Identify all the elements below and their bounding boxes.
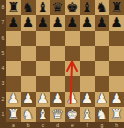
piece-black-knight[interactable]: ♞ [96,0,108,14]
file-labels: abcdefgh [6,122,124,128]
square-f6[interactable] [80,31,95,46]
square-c6[interactable] [36,31,51,46]
square-h4[interactable] [109,61,124,76]
piece-black-bishop[interactable]: ♝ [37,0,49,14]
square-a1[interactable]: ♜ [6,107,21,122]
square-g5[interactable] [95,46,110,61]
square-g6[interactable] [95,31,110,46]
piece-white-rook[interactable]: ♜ [7,107,19,121]
square-a4[interactable] [6,61,21,76]
square-h1[interactable]: ♜ [109,107,124,122]
piece-white-king[interactable]: ♚ [66,107,78,121]
piece-black-pawn[interactable]: ♟ [96,16,108,30]
piece-white-pawn[interactable]: ♟ [111,92,123,106]
square-c5[interactable] [36,46,51,61]
square-g7[interactable]: ♟ [95,15,110,30]
square-c4[interactable] [36,61,51,76]
piece-black-knight[interactable]: ♞ [22,0,34,14]
square-h7[interactable]: ♟ [109,15,124,30]
chess-app: 87654321 ♜♞♝♛♚♝♞♜♟♟♟♟♟♟♟♟♟♟♟♟♟♟♟♟♜♞♝♛♚♝♞… [0,0,124,128]
square-b6[interactable] [21,31,36,46]
file-label-b: b [21,122,36,128]
file-label-c: c [36,122,51,128]
square-f7[interactable]: ♟ [80,15,95,30]
square-f5[interactable] [80,46,95,61]
file-label-h: h [109,122,124,128]
piece-black-rook[interactable]: ♜ [111,0,123,14]
square-e4[interactable] [65,61,80,76]
chess-board: ♜♞♝♛♚♝♞♜♟♟♟♟♟♟♟♟♟♟♟♟♟♟♟♟♜♞♝♛♚♝♞♜ [6,0,124,122]
square-d4[interactable] [50,61,65,76]
piece-white-bishop[interactable]: ♝ [37,107,49,121]
piece-black-rook[interactable]: ♜ [7,0,19,14]
square-e5[interactable] [65,46,80,61]
square-a6[interactable] [6,31,21,46]
piece-white-knight[interactable]: ♞ [96,107,108,121]
piece-white-bishop[interactable]: ♝ [81,107,93,121]
piece-white-pawn[interactable]: ♟ [96,92,108,106]
piece-white-pawn[interactable]: ♟ [37,92,49,106]
square-c1[interactable]: ♝ [36,107,51,122]
piece-black-pawn[interactable]: ♟ [37,16,49,30]
file-label-d: d [50,122,65,128]
square-d1[interactable]: ♛ [50,107,65,122]
square-g1[interactable]: ♞ [95,107,110,122]
square-b1[interactable]: ♞ [21,107,36,122]
square-g4[interactable] [95,61,110,76]
square-e7[interactable]: ♟ [65,15,80,30]
square-b4[interactable] [21,61,36,76]
square-h5[interactable] [109,46,124,61]
square-f1[interactable]: ♝ [80,107,95,122]
piece-white-queen[interactable]: ♛ [52,107,64,121]
square-f4[interactable] [80,61,95,76]
piece-white-pawn[interactable]: ♟ [66,92,78,106]
piece-black-pawn[interactable]: ♟ [52,16,64,30]
file-label-f: f [80,122,95,128]
square-c7[interactable]: ♟ [36,15,51,30]
piece-black-pawn[interactable]: ♟ [22,16,34,30]
piece-white-knight[interactable]: ♞ [22,107,34,121]
square-e6[interactable] [65,31,80,46]
piece-black-king[interactable]: ♚ [66,0,78,14]
square-b7[interactable]: ♟ [21,15,36,30]
piece-white-pawn[interactable]: ♟ [52,92,64,106]
square-a7[interactable]: ♟ [6,15,21,30]
square-h6[interactable] [109,31,124,46]
piece-white-rook[interactable]: ♜ [111,107,123,121]
piece-black-pawn[interactable]: ♟ [111,16,123,30]
file-label-g: g [95,122,110,128]
piece-black-bishop[interactable]: ♝ [81,0,93,14]
square-d6[interactable] [50,31,65,46]
square-d5[interactable] [50,46,65,61]
piece-white-pawn[interactable]: ♟ [22,92,34,106]
piece-black-pawn[interactable]: ♟ [81,16,93,30]
piece-black-pawn[interactable]: ♟ [66,16,78,30]
file-label-e: e [65,122,80,128]
square-d7[interactable]: ♟ [50,15,65,30]
square-a5[interactable] [6,46,21,61]
square-e1[interactable]: ♚ [65,107,80,122]
piece-black-queen[interactable]: ♛ [52,0,64,14]
piece-black-pawn[interactable]: ♟ [7,16,19,30]
file-label-a: a [6,122,21,128]
piece-white-pawn[interactable]: ♟ [7,92,19,106]
square-b5[interactable] [21,46,36,61]
piece-white-pawn[interactable]: ♟ [81,92,93,106]
